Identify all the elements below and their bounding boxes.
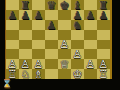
square-h7[interactable]: ♟ (97, 10, 110, 20)
square-f2[interactable] (71, 59, 84, 69)
square-a4[interactable] (6, 40, 19, 50)
square-c8[interactable] (32, 0, 45, 10)
square-c5[interactable] (32, 30, 45, 40)
board-frame-left (5, 0, 6, 79)
square-g7[interactable]: ♟ (84, 10, 97, 20)
square-b8[interactable]: ♜ (19, 0, 32, 10)
square-f6[interactable]: ♞ (71, 20, 84, 30)
square-e6[interactable] (58, 20, 71, 30)
hourglass-icon: ⌛ (2, 79, 12, 89)
square-c1[interactable]: ♗ (32, 69, 45, 79)
square-e4[interactable]: ♙ (58, 40, 71, 50)
square-f5[interactable] (71, 30, 84, 40)
square-b2[interactable]: ♙ (19, 59, 32, 69)
square-b7[interactable]: ♟ (19, 10, 32, 20)
status-bar: ⌛ (0, 79, 120, 90)
square-a5[interactable] (6, 30, 19, 40)
square-e2[interactable]: ♕ (58, 59, 71, 69)
square-d5[interactable] (45, 30, 58, 40)
square-d8[interactable]: ♛ (45, 0, 58, 10)
square-f4[interactable] (71, 40, 84, 50)
square-c7[interactable]: ♟ (32, 10, 45, 20)
square-b1[interactable]: ♘ (19, 69, 32, 79)
square-g1[interactable] (84, 69, 97, 79)
square-d3[interactable] (45, 49, 58, 59)
square-h1[interactable]: ♖ (97, 69, 110, 79)
square-e7[interactable] (58, 10, 71, 20)
square-a3[interactable] (6, 49, 19, 59)
board-frame-right (110, 0, 112, 79)
square-c6[interactable] (32, 20, 45, 30)
square-e8[interactable]: ♚ (58, 0, 71, 10)
square-f1[interactable]: ♔ (71, 69, 84, 79)
square-a7[interactable]: ♟ (6, 10, 19, 20)
square-a6[interactable] (6, 20, 19, 30)
square-b6[interactable] (19, 20, 32, 30)
square-d6[interactable]: ♟ (45, 20, 58, 30)
square-f8[interactable]: ♝ (71, 0, 84, 10)
square-h2[interactable]: ♙ (97, 59, 110, 69)
square-b4[interactable] (19, 40, 32, 50)
square-f7[interactable]: ♟ (71, 10, 84, 20)
square-f3[interactable]: ♙ (71, 49, 84, 59)
square-a8[interactable] (6, 0, 19, 10)
square-d1[interactable] (45, 69, 58, 79)
square-g4[interactable] (84, 40, 97, 50)
square-c4[interactable] (32, 40, 45, 50)
square-e5[interactable] (58, 30, 71, 40)
square-h5[interactable] (97, 30, 110, 40)
square-d2[interactable] (45, 59, 58, 69)
square-h8[interactable]: ♜ (97, 0, 110, 10)
game-screen: ♜♛♚♝♜♟♟♟♟♟♟♟♞♙♙♙♙♙♕♙♙♖♘♗♔♖ ⌛ (0, 0, 120, 90)
square-h3[interactable] (97, 49, 110, 59)
square-d4[interactable] (45, 40, 58, 50)
square-c3[interactable] (32, 49, 45, 59)
square-b3[interactable] (19, 49, 32, 59)
square-a2[interactable]: ♙ (6, 59, 19, 69)
square-e3[interactable] (58, 49, 71, 59)
square-g6[interactable] (84, 20, 97, 30)
square-g2[interactable]: ♙ (84, 59, 97, 69)
square-h4[interactable] (97, 40, 110, 50)
square-g3[interactable] (84, 49, 97, 59)
square-g8[interactable] (84, 0, 97, 10)
square-b5[interactable] (19, 30, 32, 40)
square-a1[interactable]: ♖ (6, 69, 19, 79)
square-h6[interactable] (97, 20, 110, 30)
square-d7[interactable] (45, 10, 58, 20)
square-e1[interactable] (58, 69, 71, 79)
square-c2[interactable]: ♙ (32, 59, 45, 69)
square-g5[interactable] (84, 30, 97, 40)
chess-board: ♜♛♚♝♜♟♟♟♟♟♟♟♞♙♙♙♙♙♕♙♙♖♘♗♔♖ (6, 0, 110, 79)
